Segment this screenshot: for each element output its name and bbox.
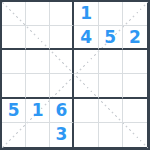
cell-r2c6[interactable]: 2 bbox=[123, 26, 147, 50]
cell-r2c5[interactable]: 5 bbox=[99, 26, 123, 50]
cell-r4c6[interactable] bbox=[123, 74, 147, 98]
cell-r3c1[interactable] bbox=[2, 50, 26, 74]
cell-r4c5[interactable] bbox=[99, 74, 123, 98]
cell-r5c3[interactable]: 6 bbox=[50, 99, 74, 123]
cell-r3c6[interactable] bbox=[123, 50, 147, 74]
cell-r6c2[interactable] bbox=[26, 123, 50, 147]
given-digit: 2 bbox=[129, 29, 141, 46]
cell-r4c4[interactable] bbox=[74, 74, 98, 98]
cell-r4c2[interactable] bbox=[26, 74, 50, 98]
cell-r3c3[interactable] bbox=[50, 50, 74, 74]
cell-r6c1[interactable] bbox=[2, 123, 26, 147]
cell-r1c2[interactable] bbox=[26, 2, 50, 26]
given-digit: 1 bbox=[80, 5, 92, 22]
cell-r3c4[interactable] bbox=[74, 50, 98, 74]
cell-r4c3[interactable] bbox=[50, 74, 74, 98]
given-digit: 6 bbox=[55, 102, 67, 119]
cell-r2c1[interactable] bbox=[2, 26, 26, 50]
cell-r3c5[interactable] bbox=[99, 50, 123, 74]
cell-r2c4[interactable]: 4 bbox=[74, 26, 98, 50]
cell-r1c5[interactable] bbox=[99, 2, 123, 26]
cell-r6c3[interactable]: 3 bbox=[50, 123, 74, 147]
cell-r4c1[interactable] bbox=[2, 74, 26, 98]
cell-r3c2[interactable] bbox=[26, 50, 50, 74]
cell-r5c2[interactable]: 1 bbox=[26, 99, 50, 123]
cell-r5c6[interactable] bbox=[123, 99, 147, 123]
cell-r6c6[interactable] bbox=[123, 123, 147, 147]
sudoku-board: 14525163 bbox=[0, 0, 150, 150]
given-digit: 1 bbox=[32, 102, 44, 119]
cell-r1c6[interactable] bbox=[123, 2, 147, 26]
cell-r5c5[interactable] bbox=[99, 99, 123, 123]
cell-r1c4[interactable]: 1 bbox=[74, 2, 98, 26]
given-digit: 4 bbox=[80, 29, 92, 46]
cell-r5c4[interactable] bbox=[74, 99, 98, 123]
cell-r5c1[interactable]: 5 bbox=[2, 99, 26, 123]
given-digit: 3 bbox=[55, 126, 67, 143]
cell-r1c3[interactable] bbox=[50, 2, 74, 26]
cell-r2c2[interactable] bbox=[26, 26, 50, 50]
given-digit: 5 bbox=[104, 29, 116, 46]
cell-r2c3[interactable] bbox=[50, 26, 74, 50]
cell-r1c1[interactable] bbox=[2, 2, 26, 26]
given-digit: 5 bbox=[8, 102, 20, 119]
cell-r6c4[interactable] bbox=[74, 123, 98, 147]
cell-r6c5[interactable] bbox=[99, 123, 123, 147]
